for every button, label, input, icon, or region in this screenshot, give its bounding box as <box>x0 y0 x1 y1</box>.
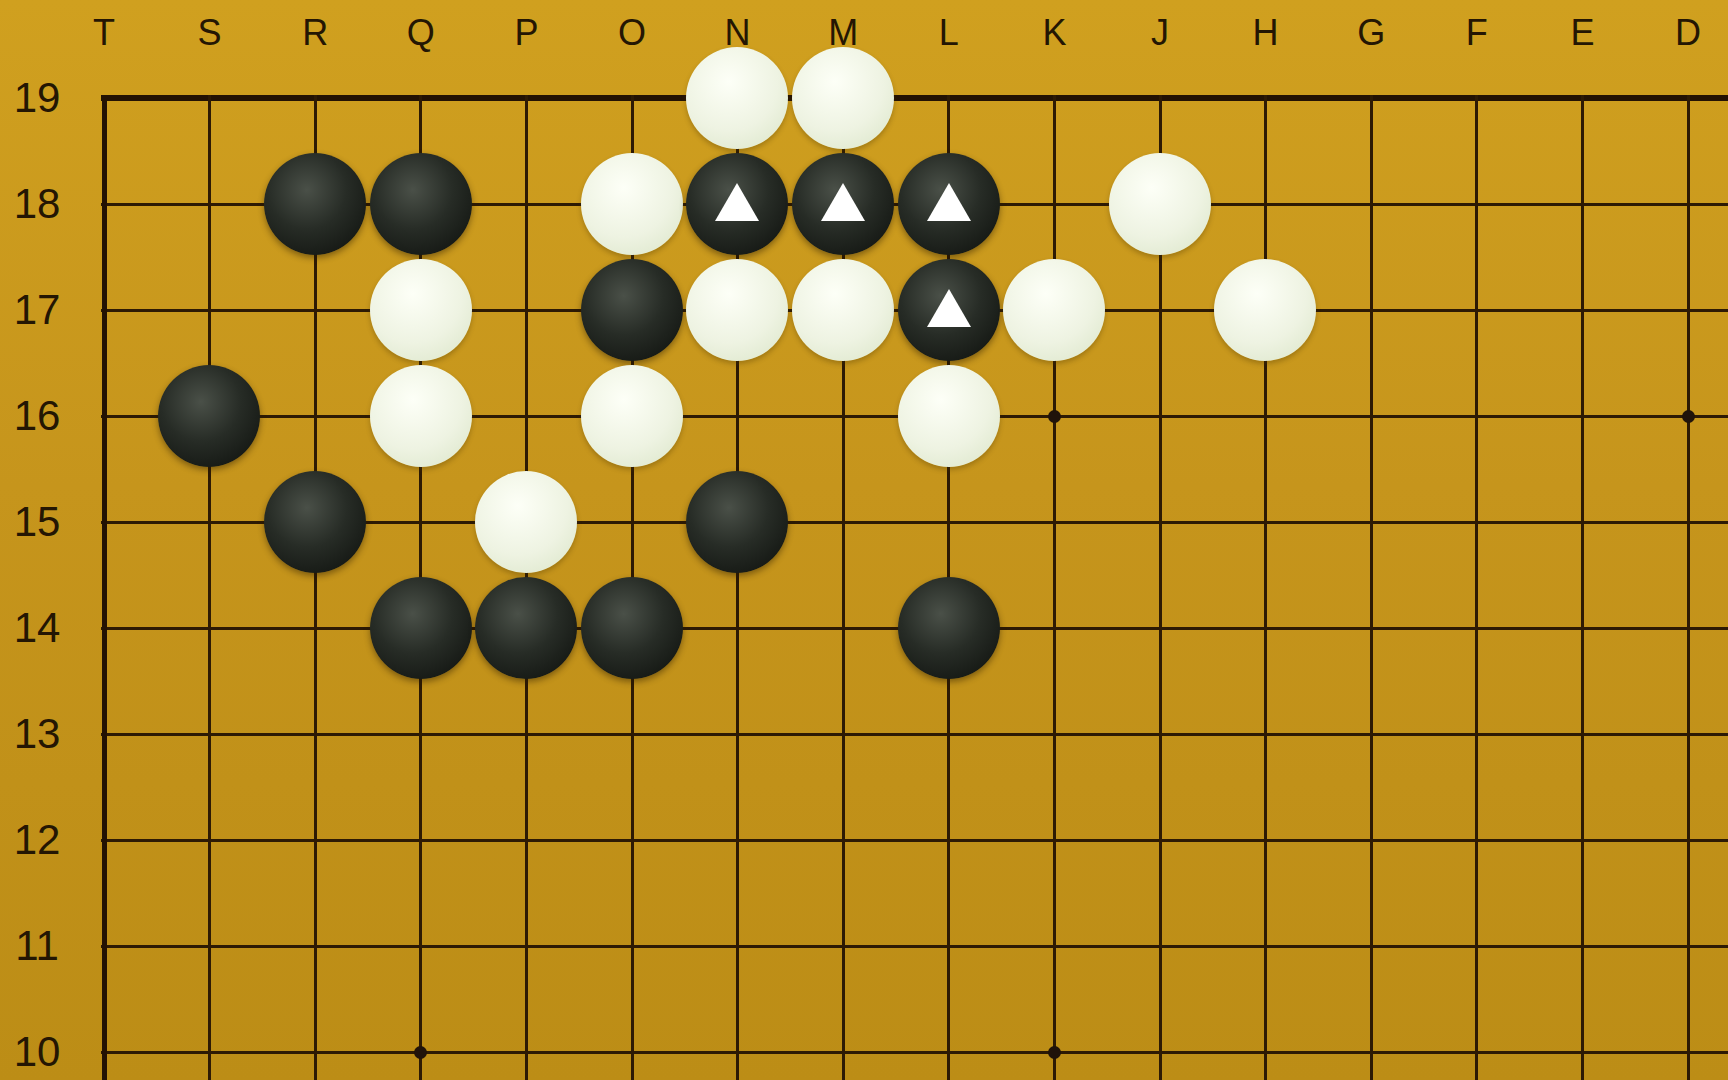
board-grid <box>51 45 1728 1080</box>
column-label-H: H <box>1253 12 1279 54</box>
stone-black-M18 <box>792 153 894 255</box>
row-label-17: 17 <box>14 286 61 334</box>
stone-white-P15 <box>475 471 577 573</box>
row-label-15: 15 <box>14 498 61 546</box>
stone-black-L18 <box>898 153 1000 255</box>
row-label-19: 19 <box>14 74 61 122</box>
row-label-12: 12 <box>14 816 61 864</box>
column-label-G: G <box>1357 12 1385 54</box>
column-label-K: K <box>1042 12 1066 54</box>
row-label-13: 13 <box>14 710 61 758</box>
column-label-R: R <box>302 12 328 54</box>
triangle-marker-N18 <box>715 183 759 221</box>
stone-black-L14 <box>898 577 1000 679</box>
column-label-E: E <box>1570 12 1594 54</box>
column-label-P: P <box>514 12 538 54</box>
stone-white-Q17 <box>370 259 472 361</box>
stone-white-Q16 <box>370 365 472 467</box>
stone-white-M19 <box>792 47 894 149</box>
row-label-10: 10 <box>14 1028 61 1076</box>
column-label-L: L <box>939 12 959 54</box>
stone-black-R15 <box>264 471 366 573</box>
stone-white-N19 <box>686 47 788 149</box>
stone-black-Q18 <box>370 153 472 255</box>
column-label-N: N <box>725 12 751 54</box>
stone-black-P14 <box>475 577 577 679</box>
column-label-O: O <box>618 12 646 54</box>
row-label-11: 11 <box>15 922 59 970</box>
stone-white-L16 <box>898 365 1000 467</box>
stone-black-O14 <box>581 577 683 679</box>
stone-black-N18 <box>686 153 788 255</box>
triangle-marker-M18 <box>821 183 865 221</box>
column-label-S: S <box>198 12 222 54</box>
stone-black-S16 <box>158 365 260 467</box>
stone-white-O18 <box>581 153 683 255</box>
column-label-J: J <box>1151 12 1169 54</box>
column-label-Q: Q <box>407 12 435 54</box>
stone-black-N15 <box>686 471 788 573</box>
column-label-D: D <box>1675 12 1701 54</box>
stone-black-R18 <box>264 153 366 255</box>
stone-white-K17 <box>1003 259 1105 361</box>
stone-white-M17 <box>792 259 894 361</box>
triangle-marker-L18 <box>927 183 971 221</box>
stone-white-N17 <box>686 259 788 361</box>
stone-white-J18 <box>1109 153 1211 255</box>
row-label-18: 18 <box>14 180 61 228</box>
row-label-16: 16 <box>14 392 61 440</box>
triangle-marker-L17 <box>927 289 971 327</box>
column-label-M: M <box>828 12 858 54</box>
stone-black-O17 <box>581 259 683 361</box>
column-label-F: F <box>1466 12 1488 54</box>
column-label-T: T <box>93 12 115 54</box>
row-label-14: 14 <box>14 604 61 652</box>
stone-white-H17 <box>1214 259 1316 361</box>
stone-black-L17 <box>898 259 1000 361</box>
stone-black-Q14 <box>370 577 472 679</box>
stone-white-O16 <box>581 365 683 467</box>
go-board-screenshot: TSRQPONMLKJHGFED 19181716151413121110 <box>0 0 1728 1080</box>
